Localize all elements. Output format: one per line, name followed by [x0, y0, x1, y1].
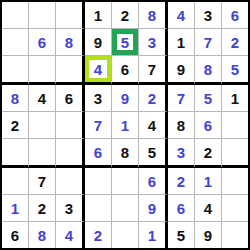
sudoku-board: 1284366895317246798584639275127148668532…: [0, 0, 250, 250]
cell-r9c4[interactable]: 2: [85, 222, 112, 248]
cell-r6c6[interactable]: 5: [139, 139, 168, 168]
cell-r7c9[interactable]: [222, 168, 248, 195]
cell-r5c8[interactable]: 6: [195, 112, 222, 139]
cell-r5c1[interactable]: 2: [2, 112, 29, 139]
cell-r6c1[interactable]: [2, 139, 29, 168]
cell-r7c3[interactable]: [56, 168, 85, 195]
cell-r3c2[interactable]: [29, 56, 56, 85]
cell-r9c8[interactable]: 9: [195, 222, 222, 248]
cell-r8c5[interactable]: [112, 195, 139, 222]
cell-r3c3[interactable]: [56, 56, 85, 85]
cell-r3c9[interactable]: 5: [222, 56, 248, 85]
cell-r9c9[interactable]: [222, 222, 248, 248]
cell-r2c1[interactable]: [2, 29, 29, 56]
cell-r4c3[interactable]: 6: [56, 85, 85, 112]
cell-r8c1[interactable]: 1: [2, 195, 29, 222]
cell-r2c5[interactable]: 5: [112, 29, 139, 56]
cell-r7c4[interactable]: [85, 168, 112, 195]
cell-r3c6[interactable]: 7: [139, 56, 168, 85]
cell-r5c2[interactable]: [29, 112, 56, 139]
cell-r1c4[interactable]: 1: [85, 2, 112, 29]
cell-r1c9[interactable]: 6: [222, 2, 248, 29]
cell-r6c8[interactable]: 2: [195, 139, 222, 168]
cell-r6c5[interactable]: 8: [112, 139, 139, 168]
cell-r2c4[interactable]: 9: [85, 29, 112, 56]
cell-r4c7[interactable]: 7: [168, 85, 195, 112]
cell-r3c8[interactable]: 8: [195, 56, 222, 85]
cell-r6c4[interactable]: 6: [85, 139, 112, 168]
cell-r6c2[interactable]: [29, 139, 56, 168]
cell-r3c7[interactable]: 9: [168, 56, 195, 85]
cell-r6c7[interactable]: 3: [168, 139, 195, 168]
cell-r5c4[interactable]: 7: [85, 112, 112, 139]
cell-r9c5[interactable]: [112, 222, 139, 248]
cell-r9c3[interactable]: 4: [56, 222, 85, 248]
cell-r7c1[interactable]: [2, 168, 29, 195]
cell-r8c9[interactable]: [222, 195, 248, 222]
cell-r1c3[interactable]: [56, 2, 85, 29]
cell-r8c8[interactable]: 4: [195, 195, 222, 222]
cell-r8c2[interactable]: 2: [29, 195, 56, 222]
cell-r4c5[interactable]: 9: [112, 85, 139, 112]
cell-r1c8[interactable]: 3: [195, 2, 222, 29]
cell-r4c8[interactable]: 5: [195, 85, 222, 112]
cell-r9c1[interactable]: 6: [2, 222, 29, 248]
cell-r2c6[interactable]: 3: [139, 29, 168, 56]
cell-r7c6[interactable]: 6: [139, 168, 168, 195]
cell-r8c6[interactable]: 9: [139, 195, 168, 222]
cell-r5c6[interactable]: 4: [139, 112, 168, 139]
cell-r9c2[interactable]: 8: [29, 222, 56, 248]
cell-r3c5[interactable]: 6: [112, 56, 139, 85]
cell-r3c4[interactable]: 4: [85, 56, 112, 85]
cell-r2c9[interactable]: 2: [222, 29, 248, 56]
cell-r7c2[interactable]: 7: [29, 168, 56, 195]
cell-r4c1[interactable]: 8: [2, 85, 29, 112]
cell-r5c5[interactable]: 1: [112, 112, 139, 139]
cell-r1c1[interactable]: [2, 2, 29, 29]
cell-r4c2[interactable]: 4: [29, 85, 56, 112]
cell-r8c3[interactable]: 3: [56, 195, 85, 222]
cell-r2c3[interactable]: 8: [56, 29, 85, 56]
cell-r3c1[interactable]: [2, 56, 29, 85]
cell-r4c4[interactable]: 3: [85, 85, 112, 112]
cell-r5c7[interactable]: 8: [168, 112, 195, 139]
cell-r6c3[interactable]: [56, 139, 85, 168]
cell-r8c7[interactable]: 6: [168, 195, 195, 222]
cell-r7c5[interactable]: [112, 168, 139, 195]
cell-r5c3[interactable]: [56, 112, 85, 139]
cell-r1c6[interactable]: 8: [139, 2, 168, 29]
cell-r2c7[interactable]: 1: [168, 29, 195, 56]
cell-r4c9[interactable]: 1: [222, 85, 248, 112]
cell-r4c6[interactable]: 2: [139, 85, 168, 112]
cell-r9c6[interactable]: 1: [139, 222, 168, 248]
cell-r1c2[interactable]: [29, 2, 56, 29]
cell-r2c2[interactable]: 6: [29, 29, 56, 56]
cell-r9c7[interactable]: 5: [168, 222, 195, 248]
cell-r1c5[interactable]: 2: [112, 2, 139, 29]
cell-r2c8[interactable]: 7: [195, 29, 222, 56]
cell-r8c4[interactable]: [85, 195, 112, 222]
cell-r7c7[interactable]: 2: [168, 168, 195, 195]
cell-r5c9[interactable]: [222, 112, 248, 139]
cell-r1c7[interactable]: 4: [168, 2, 195, 29]
cell-r7c8[interactable]: 1: [195, 168, 222, 195]
cell-r6c9[interactable]: [222, 139, 248, 168]
